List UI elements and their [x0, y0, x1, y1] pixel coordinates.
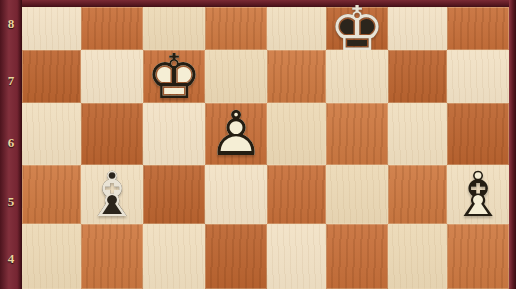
square-b5[interactable]: ♝♗ — [81, 165, 143, 224]
square-g8[interactable] — [388, 7, 447, 50]
square-f6[interactable] — [326, 103, 388, 165]
square-h7[interactable] — [447, 50, 509, 103]
white-king-outline: ♔ — [143, 46, 205, 108]
square-d7[interactable] — [205, 50, 267, 103]
square-g6[interactable] — [388, 103, 447, 165]
square-a7[interactable] — [22, 50, 81, 103]
square-g4[interactable] — [388, 224, 447, 289]
board-frame-right — [509, 0, 516, 289]
rank-label-7: 7 — [0, 74, 22, 87]
rank-label-6: 6 — [0, 136, 22, 149]
square-d8[interactable] — [205, 7, 267, 50]
square-c6[interactable] — [143, 103, 205, 165]
square-h8[interactable] — [447, 7, 509, 50]
white-pawn-outline: ♙ — [205, 103, 267, 165]
square-a8[interactable] — [22, 7, 81, 50]
square-b4[interactable] — [81, 224, 143, 289]
black-bishop-glyph: ♝ — [81, 164, 143, 226]
white-king-glyph: ♚ — [143, 46, 205, 108]
square-f7[interactable] — [326, 50, 388, 103]
square-e8[interactable] — [267, 7, 326, 50]
square-e6[interactable] — [267, 103, 326, 165]
square-a6[interactable] — [22, 103, 81, 165]
square-f8[interactable]: ♚♔ — [326, 7, 388, 50]
board-frame-left: 87654 — [0, 0, 22, 289]
square-c5[interactable] — [143, 165, 205, 224]
white-pawn[interactable]: ♟♙ — [205, 103, 267, 165]
square-e5[interactable] — [267, 165, 326, 224]
white-pawn-glyph: ♟ — [205, 103, 267, 165]
square-d5[interactable] — [205, 165, 267, 224]
board-squares: ♚♔♚♔♟♙♝♗♝♗ — [22, 7, 509, 289]
square-g5[interactable] — [388, 165, 447, 224]
square-e7[interactable] — [267, 50, 326, 103]
square-b7[interactable] — [81, 50, 143, 103]
rank-label-5: 5 — [0, 195, 22, 208]
square-c4[interactable] — [143, 224, 205, 289]
square-e4[interactable] — [267, 224, 326, 289]
white-bishop[interactable]: ♝♗ — [447, 164, 509, 226]
square-g7[interactable] — [388, 50, 447, 103]
square-d6[interactable]: ♟♙ — [205, 103, 267, 165]
black-bishop-outline: ♗ — [81, 164, 143, 226]
white-king[interactable]: ♚♔ — [143, 46, 205, 108]
square-f4[interactable] — [326, 224, 388, 289]
square-h6[interactable] — [447, 103, 509, 165]
square-d4[interactable] — [205, 224, 267, 289]
square-b8[interactable] — [81, 7, 143, 50]
square-a5[interactable] — [22, 165, 81, 224]
square-c8[interactable] — [143, 7, 205, 50]
rank-label-8: 8 — [0, 17, 22, 30]
black-bishop[interactable]: ♝♗ — [81, 164, 143, 226]
square-h4[interactable] — [447, 224, 509, 289]
board-frame-top — [0, 0, 516, 7]
rank-label-4: 4 — [0, 252, 22, 265]
square-h5[interactable]: ♝♗ — [447, 165, 509, 224]
square-b6[interactable] — [81, 103, 143, 165]
chessboard: ♚♔♚♔♟♙♝♗♝♗ 87654 — [0, 0, 516, 289]
white-bishop-outline: ♗ — [447, 164, 509, 226]
square-f5[interactable] — [326, 165, 388, 224]
white-bishop-glyph: ♝ — [447, 164, 509, 226]
square-c7[interactable]: ♚♔ — [143, 50, 205, 103]
square-a4[interactable] — [22, 224, 81, 289]
